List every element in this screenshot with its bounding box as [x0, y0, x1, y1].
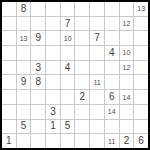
cell-r5c3-clue[interactable]: 3 — [31, 61, 45, 75]
cell-r9c2-clue[interactable]: 5 — [17, 120, 31, 134]
cell-r8c8-clue[interactable]: 14 — [105, 105, 119, 119]
cell-r3c4[interactable] — [46, 31, 60, 45]
cell-r6c7-clue[interactable]: 11 — [90, 75, 104, 89]
cell-r7c9-clue[interactable]: 14 — [120, 90, 134, 104]
cell-r2c3[interactable] — [31, 17, 45, 31]
cell-r1c6[interactable] — [75, 2, 89, 16]
cell-r5c8[interactable] — [105, 61, 119, 75]
cell-r6c8[interactable] — [105, 75, 119, 89]
cell-r7c5[interactable] — [61, 90, 75, 104]
cell-r1c1[interactable] — [2, 2, 16, 16]
cell-r5c4[interactable] — [46, 61, 60, 75]
cell-r2c6[interactable] — [75, 17, 89, 31]
cell-r1c8[interactable] — [105, 2, 119, 16]
cell-r6c6[interactable] — [75, 75, 89, 89]
cell-r4c1[interactable] — [2, 46, 16, 60]
cell-r8c3[interactable] — [31, 105, 45, 119]
cell-r7c1[interactable] — [2, 90, 16, 104]
cell-r10c9-clue[interactable]: 2 — [120, 134, 134, 148]
cell-r9c4-clue[interactable]: 1 — [46, 120, 60, 134]
cell-r2c9-clue[interactable]: 12 — [120, 17, 134, 31]
cell-r9c6[interactable] — [75, 120, 89, 134]
cell-r8c9[interactable] — [120, 105, 134, 119]
cell-r7c8-clue[interactable]: 6 — [105, 90, 119, 104]
cell-r7c3[interactable] — [31, 90, 45, 104]
cell-r10c3[interactable] — [31, 134, 45, 148]
cell-r2c5-clue[interactable]: 7 — [61, 17, 75, 31]
cell-r6c3-clue[interactable]: 8 — [31, 75, 45, 89]
cell-r9c8[interactable] — [105, 120, 119, 134]
cell-r5c7[interactable] — [90, 61, 104, 75]
cell-r8c6[interactable] — [75, 105, 89, 119]
cell-r9c1[interactable] — [2, 120, 16, 134]
cell-r4c10[interactable] — [134, 46, 148, 60]
cell-r1c3[interactable] — [31, 2, 45, 16]
cell-r10c5[interactable] — [61, 134, 75, 148]
cell-r5c10[interactable] — [134, 61, 148, 75]
cell-r6c2-clue[interactable]: 9 — [17, 75, 31, 89]
cell-r6c4[interactable] — [46, 75, 60, 89]
cell-r10c4[interactable] — [46, 134, 60, 148]
cell-r7c7[interactable] — [90, 90, 104, 104]
cell-r6c9[interactable] — [120, 75, 134, 89]
cell-r3c1[interactable] — [2, 31, 16, 45]
cell-r3c8[interactable] — [105, 31, 119, 45]
cell-r8c7[interactable] — [90, 105, 104, 119]
cell-r1c5[interactable] — [61, 2, 75, 16]
cell-r8c4-clue[interactable]: 3 — [46, 105, 60, 119]
cell-r4c4[interactable] — [46, 46, 60, 60]
cell-r3c3-clue[interactable]: 9 — [31, 31, 45, 45]
cell-r3c9[interactable] — [120, 31, 134, 45]
cell-r2c2[interactable] — [17, 17, 31, 31]
cell-r7c10[interactable] — [134, 90, 148, 104]
cell-r4c8-clue[interactable]: 4 — [105, 46, 119, 60]
cell-r5c1[interactable] — [2, 61, 16, 75]
cell-r6c5[interactable] — [61, 75, 75, 89]
cell-r1c9[interactable] — [120, 2, 134, 16]
cell-r7c4[interactable] — [46, 90, 60, 104]
cell-r9c9[interactable] — [120, 120, 134, 134]
cell-r2c10[interactable] — [134, 17, 148, 31]
cell-r10c8-clue[interactable]: 11 — [105, 134, 119, 148]
cell-r2c4[interactable] — [46, 17, 60, 31]
cell-r1c2-clue[interactable]: 8 — [17, 2, 31, 16]
cell-r9c10[interactable] — [134, 120, 148, 134]
cell-r3c2-clue[interactable]: 13 — [17, 31, 31, 45]
cell-r5c9-clue[interactable]: 12 — [120, 61, 134, 75]
cell-r8c2[interactable] — [17, 105, 31, 119]
cell-r10c10-clue[interactable]: 6 — [134, 134, 148, 148]
cell-r3c5-clue[interactable]: 10 — [61, 31, 75, 45]
cell-r7c6-clue[interactable]: 2 — [75, 90, 89, 104]
cell-r5c5-clue[interactable]: 4 — [61, 61, 75, 75]
cell-r9c5-clue[interactable]: 5 — [61, 120, 75, 134]
cell-r1c7[interactable] — [90, 2, 104, 16]
cell-r7c2[interactable] — [17, 90, 31, 104]
cell-r6c10[interactable] — [134, 75, 148, 89]
cell-r4c5[interactable] — [61, 46, 75, 60]
cell-r9c7[interactable] — [90, 120, 104, 134]
cell-r5c2[interactable] — [17, 61, 31, 75]
cell-r8c10[interactable] — [134, 105, 148, 119]
cell-r3c6[interactable] — [75, 31, 89, 45]
cell-r6c1[interactable] — [2, 75, 16, 89]
puzzle-board: 81371213910741034129811261431451511126 — [0, 0, 150, 150]
cell-r5c6[interactable] — [75, 61, 89, 75]
cell-r1c4[interactable] — [46, 2, 60, 16]
cell-r4c3[interactable] — [31, 46, 45, 60]
cell-r8c5[interactable] — [61, 105, 75, 119]
cell-r4c7[interactable] — [90, 46, 104, 60]
cell-r2c7[interactable] — [90, 17, 104, 31]
cell-r10c1-clue[interactable]: 1 — [2, 134, 16, 148]
cell-r4c6[interactable] — [75, 46, 89, 60]
cell-r2c8[interactable] — [105, 17, 119, 31]
cell-r3c10[interactable] — [134, 31, 148, 45]
cell-r10c7[interactable] — [90, 134, 104, 148]
cell-r2c1[interactable] — [2, 17, 16, 31]
cell-r9c3[interactable] — [31, 120, 45, 134]
cell-r10c6[interactable] — [75, 134, 89, 148]
cell-r8c1[interactable] — [2, 105, 16, 119]
cell-r4c9-clue[interactable]: 10 — [120, 46, 134, 60]
cell-r1c10-clue[interactable]: 13 — [134, 2, 148, 16]
cell-r10c2[interactable] — [17, 134, 31, 148]
cell-r3c7-clue[interactable]: 7 — [90, 31, 104, 45]
cell-r4c2[interactable] — [17, 46, 31, 60]
